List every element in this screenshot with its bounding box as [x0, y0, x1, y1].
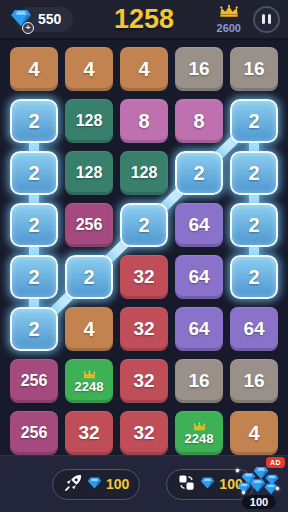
- tile-value: 2: [28, 162, 39, 185]
- tile-r7c3-32[interactable]: 32: [120, 359, 168, 403]
- tile-value: 2: [28, 110, 39, 133]
- add-gems-icon: +: [22, 22, 34, 34]
- rocket-icon: [63, 473, 83, 496]
- tile-value: 64: [188, 318, 209, 340]
- rocket-cost: 100: [106, 476, 129, 492]
- tile-r2c2-128[interactable]: 128: [65, 99, 113, 143]
- tile-value: 32: [133, 370, 154, 392]
- tile-r6c1-2-selected[interactable]: 2: [10, 307, 58, 351]
- tile-value: 16: [188, 370, 209, 392]
- tile-r7c1-256[interactable]: 256: [10, 359, 58, 403]
- tile-r3c2-128[interactable]: 128: [65, 151, 113, 195]
- tile-r6c2-4[interactable]: 4: [65, 307, 113, 351]
- tile-value: 2: [138, 214, 149, 237]
- tile-r1c4-16[interactable]: 16: [175, 47, 223, 91]
- tile-r2c3-8[interactable]: 8: [120, 99, 168, 143]
- tile-r8c1-256[interactable]: 256: [10, 411, 58, 455]
- tile-r6c3-32[interactable]: 32: [120, 307, 168, 351]
- tile-value: 32: [78, 422, 99, 444]
- tile-value: 2: [28, 214, 39, 237]
- tile-r4c5-2-selected[interactable]: 2: [230, 203, 278, 247]
- tile-r3c3-128[interactable]: 128: [120, 151, 168, 195]
- tile-value: 2248: [75, 380, 104, 393]
- crown-icon: [218, 4, 240, 22]
- swap-icon: [177, 473, 196, 495]
- sparkle-icon: [235, 468, 239, 472]
- tile-value: 2: [248, 266, 259, 289]
- pause-button[interactable]: [253, 6, 280, 33]
- tile-r5c4-64[interactable]: 64: [175, 255, 223, 299]
- tile-r6c4-64[interactable]: 64: [175, 307, 223, 351]
- tile-r6c5-64[interactable]: 64: [230, 307, 278, 351]
- tile-value: 4: [138, 58, 149, 81]
- tile-value: 2248: [185, 432, 214, 445]
- gem-icon: [87, 477, 102, 492]
- tile-r5c3-32[interactable]: 32: [120, 255, 168, 299]
- bottom-bar: 100 100 AD 100: [0, 455, 288, 512]
- tile-r4c4-64[interactable]: 64: [175, 203, 223, 247]
- tile-value: 128: [76, 112, 103, 130]
- tile-r3c5-2-selected[interactable]: 2: [230, 151, 278, 195]
- crown-score-value: 2600: [217, 22, 241, 34]
- score: 1258: [114, 4, 174, 35]
- top-bar: + 550 1258 2600: [0, 0, 288, 40]
- ad-badge: AD: [266, 457, 285, 468]
- tile-value: 2: [28, 318, 39, 341]
- tile-r3c4-2-selected[interactable]: 2: [175, 151, 223, 195]
- tile-value: 32: [133, 318, 154, 340]
- tile-r5c2-2-selected[interactable]: 2: [65, 255, 113, 299]
- tile-r8c5-4[interactable]: 4: [230, 411, 278, 455]
- tile-value: 2: [28, 266, 39, 289]
- tile-value: 4: [248, 422, 259, 445]
- tile-r4c1-2-selected[interactable]: 2: [10, 203, 58, 247]
- tile-value: 16: [243, 370, 264, 392]
- tile-r5c1-2-selected[interactable]: 2: [10, 255, 58, 299]
- tile-r8c2-32[interactable]: 32: [65, 411, 113, 455]
- tile-r7c5-16[interactable]: 16: [230, 359, 278, 403]
- ad-reward-button[interactable]: AD 100: [232, 457, 286, 509]
- tile-r1c2-4[interactable]: 4: [65, 47, 113, 91]
- tile-value: 2: [248, 110, 259, 133]
- tile-value: 2: [83, 266, 94, 289]
- crown-icon: [82, 370, 97, 379]
- tile-r2c1-2-selected[interactable]: 2: [10, 99, 58, 143]
- tile-value: 64: [188, 266, 209, 288]
- tile-value: 64: [243, 318, 264, 340]
- tile-value: 128: [131, 164, 158, 182]
- tile-value: 2: [248, 162, 259, 185]
- tile-r5c5-2-selected[interactable]: 2: [230, 255, 278, 299]
- crown-score-counter: 2600: [217, 4, 241, 34]
- tile-value: 32: [133, 422, 154, 444]
- tile-r8c3-32[interactable]: 32: [120, 411, 168, 455]
- tile-value: 256: [21, 372, 48, 390]
- tile-r1c3-4[interactable]: 4: [120, 47, 168, 91]
- rocket-booster-button[interactable]: 100: [52, 469, 140, 500]
- tile-grid: 4441616212888221281282222562642223264224…: [0, 40, 288, 455]
- gems-count: 550: [38, 11, 61, 27]
- tile-r7c4-16[interactable]: 16: [175, 359, 223, 403]
- tile-r8c4-2248[interactable]: 2248: [175, 411, 223, 455]
- tile-value: 256: [21, 424, 48, 442]
- gems-counter[interactable]: + 550: [16, 7, 73, 32]
- tile-r7c2-2248[interactable]: 2248: [65, 359, 113, 403]
- tile-r1c5-16[interactable]: 16: [230, 47, 278, 91]
- ad-reward-amount: 100: [242, 495, 276, 509]
- tile-r4c2-256[interactable]: 256: [65, 203, 113, 247]
- tile-value: 32: [133, 266, 154, 288]
- tile-value: 8: [138, 110, 149, 133]
- tile-r1c1-4[interactable]: 4: [10, 47, 58, 91]
- tile-r2c4-8[interactable]: 8: [175, 99, 223, 143]
- tile-value: 256: [76, 216, 103, 234]
- tile-value: 4: [83, 318, 94, 341]
- tile-r3c1-2-selected[interactable]: 2: [10, 151, 58, 195]
- tile-value: 16: [243, 58, 264, 80]
- crown-icon: [192, 422, 207, 431]
- board: 4441616212888221281282222562642223264224…: [0, 40, 288, 455]
- tile-value: 16: [188, 58, 209, 80]
- tile-r4c3-2-selected[interactable]: 2: [120, 203, 168, 247]
- tile-r2c5-2-selected[interactable]: 2: [230, 99, 278, 143]
- gem-icon: [200, 477, 215, 492]
- pause-icon: [262, 14, 265, 24]
- tile-value: 8: [193, 110, 204, 133]
- tile-value: 4: [28, 58, 39, 81]
- tile-value: 2: [248, 214, 259, 237]
- tile-value: 128: [76, 164, 103, 182]
- tile-value: 2: [193, 162, 204, 185]
- tile-value: 64: [188, 214, 209, 236]
- tile-value: 4: [83, 58, 94, 81]
- game-screen: + 550 1258 2600 444161621288822128128222…: [0, 0, 288, 512]
